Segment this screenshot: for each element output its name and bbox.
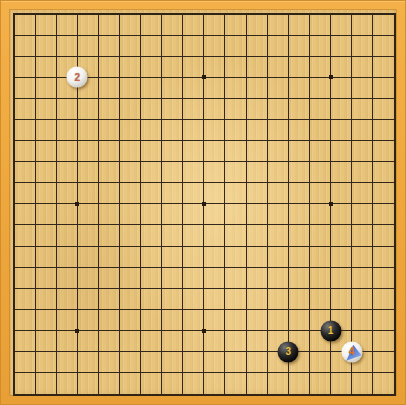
star-point [202, 329, 206, 333]
go-board-window: 1234 [0, 0, 406, 405]
star-point [202, 75, 206, 79]
move-number-label: 2 [75, 72, 81, 82]
star-point [75, 329, 79, 333]
stone-black-1-Q4[interactable]: 1 [320, 320, 341, 341]
star-point [75, 202, 79, 206]
stone-layer: 1234 [10, 10, 396, 395]
star-point [202, 202, 206, 206]
stone-white-4-R3[interactable]: 4 [341, 341, 362, 362]
move-number-label: 4 [349, 347, 355, 357]
go-board[interactable]: 1234 [10, 10, 396, 395]
move-number-label: 1 [328, 326, 334, 336]
stone-white-2-D16[interactable]: 2 [67, 67, 88, 88]
move-number-label: 3 [286, 347, 292, 357]
star-point [329, 202, 333, 206]
star-point [329, 75, 333, 79]
stone-black-3-O3[interactable]: 3 [278, 341, 299, 362]
